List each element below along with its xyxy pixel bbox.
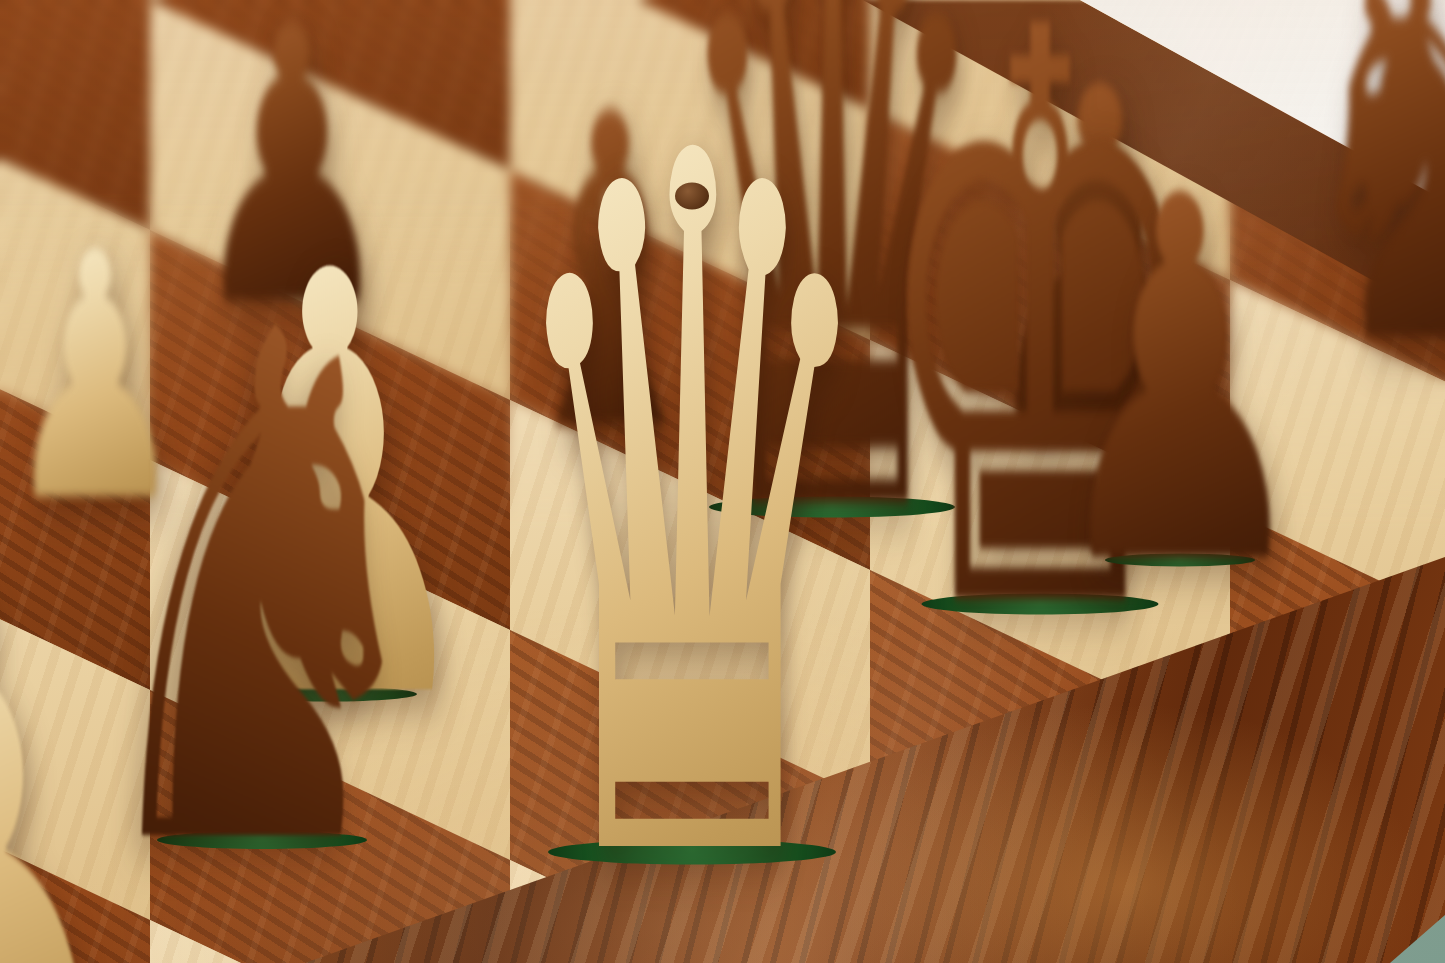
piece-white-pawn-b2: ♟ bbox=[0, 500, 143, 963]
chess-photo-scene: ♟♝♛♞♟♟♚♟♟♞♛♟ bbox=[0, 0, 1445, 963]
piece-black-pawn-e7: ♟ bbox=[1046, 133, 1315, 633]
piece-white-queen-d4: ♛ bbox=[498, 34, 885, 963]
